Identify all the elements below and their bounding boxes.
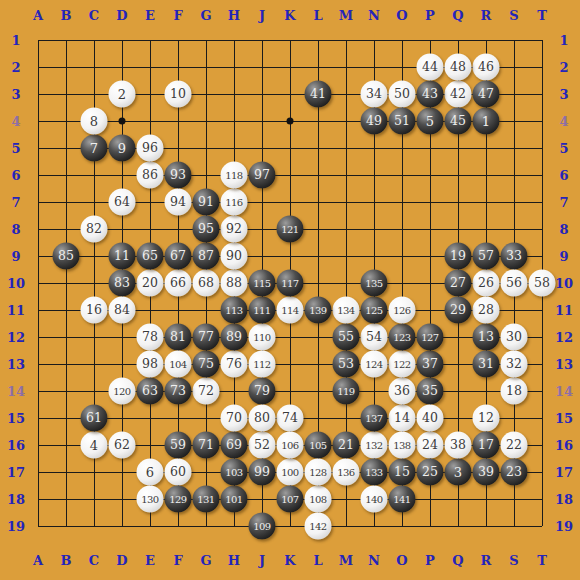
stone-P14[interactable]: 35: [417, 378, 444, 405]
stone-F17[interactable]: 60: [165, 459, 192, 486]
row-label-right-2: 2: [559, 60, 568, 75]
move-number: 123: [393, 332, 410, 342]
stone-F9[interactable]: 67: [165, 243, 192, 270]
stone-M16[interactable]: 21: [333, 432, 360, 459]
stone-S16[interactable]: 22: [501, 432, 528, 459]
stone-F10[interactable]: 66: [165, 270, 192, 297]
move-number: 50: [394, 88, 410, 101]
stone-F12[interactable]: 81: [165, 324, 192, 351]
move-number: 54: [366, 331, 382, 344]
col-label-bottom-E: E: [145, 553, 155, 568]
move-number: 79: [254, 385, 270, 398]
stone-D10[interactable]: 83: [109, 270, 136, 297]
stone-F16[interactable]: 59: [165, 432, 192, 459]
move-number: 127: [421, 332, 438, 342]
move-number: 48: [450, 61, 466, 74]
move-number: 16: [86, 304, 102, 317]
stone-N18[interactable]: 140: [361, 486, 388, 513]
stone-R15[interactable]: 12: [473, 405, 500, 432]
stone-K8[interactable]: 121: [277, 216, 304, 243]
move-number: 42: [450, 88, 466, 101]
stone-H18[interactable]: 101: [221, 486, 248, 513]
col-label-top-P: P: [425, 8, 435, 23]
row-label-right-8: 8: [559, 222, 568, 237]
stone-M14[interactable]: 119: [333, 378, 360, 405]
move-number: 30: [506, 331, 522, 344]
move-number: 109: [253, 521, 270, 531]
stone-M11[interactable]: 134: [333, 297, 360, 324]
move-number: 38: [450, 439, 466, 452]
col-label-bottom-O: O: [396, 553, 407, 568]
col-label-bottom-H: H: [228, 553, 240, 568]
move-number: 141: [393, 494, 410, 504]
stone-Q3[interactable]: 42: [445, 81, 472, 108]
stone-F14[interactable]: 73: [165, 378, 192, 405]
stone-J6[interactable]: 97: [249, 162, 276, 189]
move-number: 68: [198, 277, 214, 290]
move-number: 27: [450, 277, 466, 290]
stone-S17[interactable]: 23: [501, 459, 528, 486]
stone-R17[interactable]: 39: [473, 459, 500, 486]
move-number: 31: [478, 358, 494, 371]
move-number: 1: [482, 115, 490, 128]
stone-R2[interactable]: 46: [473, 54, 500, 81]
stone-P16[interactable]: 24: [417, 432, 444, 459]
col-label-top-O: O: [396, 8, 407, 23]
move-number: 22: [506, 439, 522, 452]
stone-D11[interactable]: 84: [109, 297, 136, 324]
stone-P15[interactable]: 40: [417, 405, 444, 432]
col-label-bottom-D: D: [116, 553, 127, 568]
stone-H17[interactable]: 103: [221, 459, 248, 486]
move-number: 20: [142, 277, 158, 290]
stone-K15[interactable]: 74: [277, 405, 304, 432]
stone-M12[interactable]: 55: [333, 324, 360, 351]
row-label-left-17: 17: [7, 465, 25, 480]
move-number: 122: [393, 359, 410, 369]
stone-R4[interactable]: 1: [473, 108, 500, 135]
stone-P17[interactable]: 25: [417, 459, 444, 486]
stone-D16[interactable]: 62: [109, 432, 136, 459]
stone-N4[interactable]: 49: [361, 108, 388, 135]
move-number: 65: [142, 250, 158, 263]
move-number: 101: [225, 494, 242, 504]
col-label-top-R: R: [481, 8, 492, 23]
move-number: 56: [506, 277, 522, 290]
stone-R11[interactable]: 28: [473, 297, 500, 324]
stone-N17[interactable]: 133: [361, 459, 388, 486]
move-number: 100: [281, 467, 298, 477]
move-number: 11: [114, 250, 130, 263]
stone-J12[interactable]: 110: [249, 324, 276, 351]
stone-H6[interactable]: 118: [221, 162, 248, 189]
stone-S12[interactable]: 30: [501, 324, 528, 351]
move-number: 67: [170, 250, 186, 263]
move-number: 115: [253, 278, 270, 288]
stone-L19[interactable]: 142: [305, 513, 332, 540]
stone-T10[interactable]: 58: [529, 270, 556, 297]
stone-L3[interactable]: 41: [305, 81, 332, 108]
stone-L17[interactable]: 128: [305, 459, 332, 486]
stone-K16[interactable]: 106: [277, 432, 304, 459]
stone-E18[interactable]: 130: [137, 486, 164, 513]
stone-D14[interactable]: 120: [109, 378, 136, 405]
move-number: 104: [169, 359, 186, 369]
stone-O18[interactable]: 141: [389, 486, 416, 513]
move-number: 95: [198, 223, 214, 236]
move-number: 83: [114, 277, 130, 290]
move-number: 136: [337, 467, 354, 477]
move-number: 105: [309, 440, 326, 450]
row-label-left-10: 10: [7, 276, 25, 291]
col-label-top-L: L: [313, 8, 322, 23]
col-label-top-M: M: [339, 8, 353, 23]
move-number: 70: [226, 412, 242, 425]
stone-O12[interactable]: 123: [389, 324, 416, 351]
stone-R16[interactable]: 17: [473, 432, 500, 459]
col-label-bottom-R: R: [481, 553, 492, 568]
stone-K18[interactable]: 107: [277, 486, 304, 513]
stone-O4[interactable]: 51: [389, 108, 416, 135]
move-number: 75: [198, 358, 214, 371]
move-number: 69: [226, 439, 242, 452]
move-number: 17: [478, 439, 494, 452]
stone-N12[interactable]: 54: [361, 324, 388, 351]
move-number: 45: [450, 115, 466, 128]
col-label-bottom-C: C: [89, 553, 99, 568]
stone-P4[interactable]: 5: [417, 108, 444, 135]
col-label-top-Q: Q: [452, 8, 463, 23]
move-number: 59: [170, 439, 186, 452]
col-label-top-G: G: [200, 8, 211, 23]
grid-line-horizontal: [38, 364, 542, 365]
stone-D5[interactable]: 9: [109, 135, 136, 162]
row-label-left-11: 11: [7, 303, 25, 318]
move-number: 139: [309, 305, 326, 315]
stone-P12[interactable]: 127: [417, 324, 444, 351]
stone-H11[interactable]: 113: [221, 297, 248, 324]
stone-E13[interactable]: 98: [137, 351, 164, 378]
move-number: 106: [281, 440, 298, 450]
stone-N11[interactable]: 125: [361, 297, 388, 324]
stone-H10[interactable]: 88: [221, 270, 248, 297]
stone-C5[interactable]: 7: [81, 135, 108, 162]
move-number: 2: [118, 88, 126, 101]
stone-R10[interactable]: 26: [473, 270, 500, 297]
move-number: 119: [337, 386, 354, 396]
stone-L16[interactable]: 105: [305, 432, 332, 459]
col-label-bottom-K: K: [284, 553, 295, 568]
move-number: 40: [422, 412, 438, 425]
stone-G18[interactable]: 131: [193, 486, 220, 513]
move-number: 118: [225, 170, 242, 180]
stone-E5[interactable]: 96: [137, 135, 164, 162]
col-label-top-T: T: [537, 8, 547, 23]
move-number: 57: [478, 250, 494, 263]
stone-C8[interactable]: 82: [81, 216, 108, 243]
stone-G7[interactable]: 91: [193, 189, 220, 216]
col-label-bottom-F: F: [173, 553, 182, 568]
row-label-left-16: 16: [7, 438, 25, 453]
move-number: 29: [450, 304, 466, 317]
stone-H9[interactable]: 90: [221, 243, 248, 270]
stone-S13[interactable]: 32: [501, 351, 528, 378]
stone-S9[interactable]: 33: [501, 243, 528, 270]
stone-E10[interactable]: 20: [137, 270, 164, 297]
stone-M17[interactable]: 136: [333, 459, 360, 486]
col-label-bottom-T: T: [537, 553, 547, 568]
move-number: 81: [170, 331, 186, 344]
move-number: 92: [226, 223, 242, 236]
col-label-top-S: S: [509, 8, 518, 23]
stone-N13[interactable]: 124: [361, 351, 388, 378]
move-number: 41: [310, 88, 326, 101]
grid-line-horizontal: [38, 526, 542, 527]
move-number: 82: [86, 223, 102, 236]
stone-O13[interactable]: 122: [389, 351, 416, 378]
stone-J17[interactable]: 99: [249, 459, 276, 486]
move-number: 124: [365, 359, 382, 369]
col-label-top-B: B: [61, 8, 72, 23]
col-label-top-J: J: [259, 8, 265, 23]
stone-E9[interactable]: 65: [137, 243, 164, 270]
stone-R13[interactable]: 31: [473, 351, 500, 378]
move-number: 94: [170, 196, 186, 209]
row-label-left-5: 5: [11, 141, 20, 156]
move-number: 23: [506, 466, 522, 479]
stone-O17[interactable]: 15: [389, 459, 416, 486]
stone-D7[interactable]: 64: [109, 189, 136, 216]
move-number: 3: [454, 466, 462, 479]
stone-P3[interactable]: 43: [417, 81, 444, 108]
stone-Q9[interactable]: 19: [445, 243, 472, 270]
col-label-bottom-B: B: [61, 553, 72, 568]
move-number: 37: [422, 358, 438, 371]
row-label-right-4: 4: [559, 114, 568, 129]
stone-F18[interactable]: 129: [165, 486, 192, 513]
grid-line-horizontal: [38, 337, 542, 338]
row-label-right-15: 15: [555, 411, 573, 426]
move-number: 8: [90, 115, 98, 128]
move-number: 62: [114, 439, 130, 452]
stone-H8[interactable]: 92: [221, 216, 248, 243]
move-number: 43: [422, 88, 438, 101]
stone-Q4[interactable]: 45: [445, 108, 472, 135]
star-point-D4: [119, 118, 126, 125]
row-label-left-9: 9: [11, 249, 20, 264]
move-number: 113: [225, 305, 242, 315]
col-label-top-K: K: [284, 8, 295, 23]
move-number: 46: [478, 61, 494, 74]
move-number: 64: [114, 196, 130, 209]
stone-S10[interactable]: 56: [501, 270, 528, 297]
move-number: 76: [226, 358, 242, 371]
move-number: 142: [309, 521, 326, 531]
stone-Q10[interactable]: 27: [445, 270, 472, 297]
move-number: 32: [506, 358, 522, 371]
stone-J13[interactable]: 112: [249, 351, 276, 378]
move-number: 47: [478, 88, 494, 101]
stone-P13[interactable]: 37: [417, 351, 444, 378]
move-number: 114: [281, 305, 298, 315]
stone-N16[interactable]: 132: [361, 432, 388, 459]
stone-F6[interactable]: 93: [165, 162, 192, 189]
row-label-left-6: 6: [11, 168, 20, 183]
stone-D3[interactable]: 2: [109, 81, 136, 108]
stone-D9[interactable]: 11: [109, 243, 136, 270]
stone-G13[interactable]: 75: [193, 351, 220, 378]
stone-J11[interactable]: 111: [249, 297, 276, 324]
col-label-top-D: D: [116, 8, 127, 23]
move-number: 60: [170, 466, 186, 479]
move-number: 86: [142, 169, 158, 182]
move-number: 12: [478, 412, 494, 425]
move-number: 112: [253, 359, 270, 369]
stone-E14[interactable]: 63: [137, 378, 164, 405]
move-number: 131: [197, 494, 214, 504]
stone-F3[interactable]: 10: [165, 81, 192, 108]
stone-E12[interactable]: 78: [137, 324, 164, 351]
stone-G12[interactable]: 77: [193, 324, 220, 351]
row-label-left-2: 2: [11, 60, 20, 75]
stone-O16[interactable]: 138: [389, 432, 416, 459]
star-point-K4: [287, 118, 294, 125]
stone-O14[interactable]: 36: [389, 378, 416, 405]
move-number: 51: [394, 115, 410, 128]
move-number: 108: [309, 494, 326, 504]
stone-H15[interactable]: 70: [221, 405, 248, 432]
move-number: 140: [365, 494, 382, 504]
move-number: 121: [281, 224, 298, 234]
stone-O11[interactable]: 126: [389, 297, 416, 324]
stone-Q17[interactable]: 3: [445, 459, 472, 486]
stone-J15[interactable]: 80: [249, 405, 276, 432]
move-number: 103: [225, 467, 242, 477]
stone-C11[interactable]: 16: [81, 297, 108, 324]
row-label-right-11: 11: [555, 303, 573, 318]
move-number: 53: [338, 358, 354, 371]
stone-F7[interactable]: 94: [165, 189, 192, 216]
stone-G16[interactable]: 71: [193, 432, 220, 459]
move-number: 117: [281, 278, 298, 288]
row-label-right-17: 17: [555, 465, 573, 480]
stone-H13[interactable]: 76: [221, 351, 248, 378]
stone-K11[interactable]: 114: [277, 297, 304, 324]
stone-Q16[interactable]: 38: [445, 432, 472, 459]
stone-K10[interactable]: 117: [277, 270, 304, 297]
move-number: 44: [422, 61, 438, 74]
move-number: 72: [198, 385, 214, 398]
stone-J19[interactable]: 109: [249, 513, 276, 540]
stone-K17[interactable]: 100: [277, 459, 304, 486]
stone-G10[interactable]: 68: [193, 270, 220, 297]
move-number: 25: [422, 466, 438, 479]
move-number: 87: [198, 250, 214, 263]
col-label-top-A: A: [33, 8, 43, 23]
stone-O15[interactable]: 14: [389, 405, 416, 432]
move-number: 120: [113, 386, 130, 396]
move-number: 9: [118, 142, 126, 155]
stone-R12[interactable]: 13: [473, 324, 500, 351]
col-label-bottom-A: A: [33, 553, 43, 568]
stone-E6[interactable]: 86: [137, 162, 164, 189]
stone-C4[interactable]: 8: [81, 108, 108, 135]
move-number: 71: [198, 439, 214, 452]
stone-J14[interactable]: 79: [249, 378, 276, 405]
stone-C16[interactable]: 4: [81, 432, 108, 459]
col-label-bottom-L: L: [313, 553, 322, 568]
row-label-left-14: 14: [7, 384, 25, 399]
stone-G8[interactable]: 95: [193, 216, 220, 243]
stone-R3[interactable]: 47: [473, 81, 500, 108]
move-number: 98: [142, 358, 158, 371]
stone-G9[interactable]: 87: [193, 243, 220, 270]
stone-Q11[interactable]: 29: [445, 297, 472, 324]
stone-M13[interactable]: 53: [333, 351, 360, 378]
move-number: 33: [506, 250, 522, 263]
stone-R9[interactable]: 57: [473, 243, 500, 270]
col-label-bottom-M: M: [339, 553, 353, 568]
move-number: 61: [86, 412, 102, 425]
stone-P2[interactable]: 44: [417, 54, 444, 81]
row-label-left-12: 12: [7, 330, 25, 345]
col-label-top-C: C: [89, 8, 99, 23]
row-label-left-4: 4: [11, 114, 20, 129]
stone-H7[interactable]: 116: [221, 189, 248, 216]
move-number: 96: [142, 142, 158, 155]
stone-J10[interactable]: 115: [249, 270, 276, 297]
stone-S14[interactable]: 18: [501, 378, 528, 405]
stone-O3[interactable]: 50: [389, 81, 416, 108]
stone-N10[interactable]: 135: [361, 270, 388, 297]
move-number: 78: [142, 331, 158, 344]
move-number: 66: [170, 277, 186, 290]
move-number: 129: [169, 494, 186, 504]
row-label-right-16: 16: [555, 438, 573, 453]
stone-N15[interactable]: 137: [361, 405, 388, 432]
stone-G14[interactable]: 72: [193, 378, 220, 405]
row-label-right-19: 19: [555, 519, 573, 534]
stone-E17[interactable]: 6: [137, 459, 164, 486]
move-number: 6: [146, 466, 154, 479]
go-board: ABCDEFGHJKLMNOPQRST ABCDEFGHJKLMNOPQRST …: [0, 0, 580, 580]
stone-J16[interactable]: 52: [249, 432, 276, 459]
stone-L11[interactable]: 139: [305, 297, 332, 324]
stone-H16[interactable]: 69: [221, 432, 248, 459]
stone-Q2[interactable]: 48: [445, 54, 472, 81]
stone-B9[interactable]: 85: [53, 243, 80, 270]
move-number: 52: [254, 439, 270, 452]
stone-H12[interactable]: 89: [221, 324, 248, 351]
row-label-left-18: 18: [7, 492, 25, 507]
stone-C15[interactable]: 61: [81, 405, 108, 432]
col-label-bottom-Q: Q: [452, 553, 463, 568]
row-label-right-13: 13: [555, 357, 573, 372]
row-label-right-14: 14: [555, 384, 573, 399]
row-label-right-3: 3: [559, 87, 568, 102]
move-number: 135: [365, 278, 382, 288]
col-label-bottom-J: J: [259, 553, 265, 568]
row-label-right-6: 6: [559, 168, 568, 183]
col-label-top-F: F: [173, 8, 182, 23]
move-number: 39: [478, 466, 494, 479]
stone-F13[interactable]: 104: [165, 351, 192, 378]
move-number: 10: [170, 88, 186, 101]
stone-L18[interactable]: 108: [305, 486, 332, 513]
move-number: 34: [366, 88, 382, 101]
move-number: 15: [394, 466, 410, 479]
stone-N3[interactable]: 34: [361, 81, 388, 108]
